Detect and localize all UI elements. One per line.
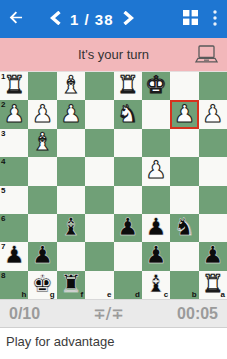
moves-panel: Play for advantage	[0, 327, 227, 359]
square-h6[interactable]: 6	[0, 214, 28, 242]
task-description: Play for advantage	[6, 334, 221, 349]
square-f2[interactable]: ♟	[57, 100, 85, 128]
rank-label: 7	[1, 242, 5, 251]
overflow-menu-button[interactable]	[213, 10, 217, 29]
chevron-left-icon	[50, 11, 61, 28]
square-g7[interactable]: ♟	[28, 242, 56, 270]
square-e8[interactable]: e	[85, 271, 113, 299]
square-h3[interactable]: 3	[0, 129, 28, 157]
square-b4[interactable]	[170, 157, 198, 185]
square-g3[interactable]: ♝	[28, 129, 56, 157]
file-label: h	[21, 290, 26, 299]
score-counter: 0/10	[9, 305, 40, 323]
evaluation-goal: ∓/∓	[93, 305, 124, 323]
grid-icon	[183, 10, 198, 28]
black-pawn: ♟	[145, 215, 167, 239]
square-a2[interactable]: ♟	[199, 100, 227, 128]
square-c4[interactable]: ♟	[142, 157, 170, 185]
file-label: c	[164, 290, 168, 299]
square-c5[interactable]	[142, 186, 170, 214]
square-e1[interactable]	[85, 72, 113, 100]
square-c1[interactable]: ♚	[142, 72, 170, 100]
square-a3[interactable]	[199, 129, 227, 157]
square-b3[interactable]	[170, 129, 198, 157]
square-h7[interactable]: ♟7	[0, 242, 28, 270]
rank-label: 3	[1, 129, 5, 138]
square-d4[interactable]	[114, 157, 142, 185]
black-rook: ♜	[60, 272, 82, 296]
square-g5[interactable]	[28, 186, 56, 214]
status-bar: 0/10 ∓/∓ 00:05	[0, 299, 227, 327]
white-pawn: ♟	[202, 102, 224, 126]
puzzle-list-button[interactable]	[183, 10, 198, 28]
white-pawn: ♟	[145, 158, 167, 182]
square-h1[interactable]: ♜1	[0, 72, 28, 100]
square-c7[interactable]: ♟	[142, 242, 170, 270]
file-label: b	[192, 290, 197, 299]
square-f8[interactable]: ♜f	[57, 271, 85, 299]
square-c6[interactable]: ♟	[142, 214, 170, 242]
rank-label: 4	[1, 157, 5, 166]
timer: 00:05	[177, 305, 218, 323]
square-b1[interactable]	[170, 72, 198, 100]
back-arrow-icon	[7, 8, 26, 30]
black-pawn: ♟	[117, 215, 139, 239]
white-pawn: ♟	[60, 102, 82, 126]
square-a5[interactable]	[199, 186, 227, 214]
file-label: e	[107, 290, 111, 299]
file-label: a	[221, 290, 225, 299]
white-bishop: ♝	[60, 73, 82, 97]
square-g6[interactable]	[28, 214, 56, 242]
square-e4[interactable]	[85, 157, 113, 185]
square-e7[interactable]	[85, 242, 113, 270]
square-b7[interactable]	[170, 242, 198, 270]
square-d6[interactable]: ♟	[114, 214, 142, 242]
square-d3[interactable]	[114, 129, 142, 157]
turn-banner: It's your turn	[0, 38, 227, 72]
square-h2[interactable]: ♟2	[0, 100, 28, 128]
square-e5[interactable]	[85, 186, 113, 214]
square-d8[interactable]: d	[114, 271, 142, 299]
black-bishop: ♝	[60, 215, 82, 239]
square-b2[interactable]: ♟	[170, 100, 198, 128]
square-f1[interactable]: ♝	[57, 72, 85, 100]
square-e2[interactable]	[85, 100, 113, 128]
black-pawn: ♟	[3, 243, 25, 267]
square-b5[interactable]	[170, 186, 198, 214]
white-pawn: ♟	[32, 102, 54, 126]
square-c3[interactable]	[142, 129, 170, 157]
rank-label: 6	[1, 214, 5, 223]
previous-puzzle-button[interactable]	[50, 11, 61, 28]
puzzle-counter: 1 / 38	[70, 11, 114, 28]
white-pawn: ♟	[3, 102, 25, 126]
next-puzzle-button[interactable]	[123, 11, 134, 28]
chevron-right-icon	[123, 11, 134, 28]
square-c2[interactable]	[142, 100, 170, 128]
square-g1[interactable]	[28, 72, 56, 100]
square-d5[interactable]	[114, 186, 142, 214]
square-d1[interactable]: ♜	[114, 72, 142, 100]
square-e3[interactable]	[85, 129, 113, 157]
file-label: d	[135, 290, 140, 299]
square-g4[interactable]	[28, 157, 56, 185]
square-e6[interactable]	[85, 214, 113, 242]
square-f5[interactable]	[57, 186, 85, 214]
square-g2[interactable]: ♟	[28, 100, 56, 128]
square-a6[interactable]	[199, 214, 227, 242]
puzzle-pager: 1 / 38	[50, 11, 134, 28]
computer-icon	[194, 45, 219, 69]
square-d2[interactable]: ♞	[114, 100, 142, 128]
black-knight: ♞	[174, 215, 196, 239]
chess-app-window: 1 / 38	[0, 0, 227, 359]
square-h5[interactable]: 5	[0, 186, 28, 214]
square-b8[interactable]: b	[170, 271, 198, 299]
square-h8[interactable]: 8h	[0, 271, 28, 299]
square-f7[interactable]	[57, 242, 85, 270]
square-a7[interactable]: ♟	[199, 242, 227, 270]
white-rook: ♜	[117, 73, 139, 97]
white-pawn: ♟	[174, 102, 196, 126]
vertical-dots-icon	[213, 10, 217, 29]
square-c8[interactable]: ♝c	[142, 271, 170, 299]
square-f6[interactable]: ♝	[57, 214, 85, 242]
white-rook: ♜	[3, 73, 25, 97]
black-pawn: ♟	[202, 243, 224, 267]
rank-label: 1	[1, 72, 5, 81]
square-f4[interactable]	[57, 157, 85, 185]
black-pawn: ♟	[145, 243, 167, 267]
file-label: g	[50, 290, 55, 299]
rank-label: 2	[1, 100, 5, 109]
square-a4[interactable]	[199, 157, 227, 185]
turn-message: It's your turn	[78, 47, 149, 62]
black-pawn: ♟	[32, 243, 54, 267]
white-knight: ♞	[117, 102, 139, 126]
rank-label: 5	[1, 186, 5, 195]
file-label: f	[80, 290, 83, 299]
chess-board: ♜1♝♜♚♟2♟♟♞♟♟3♝4♟56♝♟♟♞♟7♟♟♟8h♚g♜fed♝cb♜a	[0, 72, 227, 299]
white-king: ♚	[145, 73, 167, 97]
square-a8[interactable]: ♜a	[199, 271, 227, 299]
back-button[interactable]	[7, 8, 26, 30]
white-bishop: ♝	[32, 130, 54, 154]
square-a1[interactable]	[199, 72, 227, 100]
square-h4[interactable]: 4	[0, 157, 28, 185]
square-d7[interactable]	[114, 242, 142, 270]
rank-label: 8	[1, 271, 5, 280]
square-g8[interactable]: ♚g	[28, 271, 56, 299]
square-b6[interactable]: ♞	[170, 214, 198, 242]
square-f3[interactable]	[57, 129, 85, 157]
app-bar: 1 / 38	[0, 0, 227, 38]
